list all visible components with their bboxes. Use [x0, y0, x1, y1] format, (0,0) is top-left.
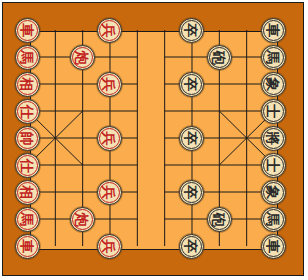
- piece-ring: [17, 74, 38, 95]
- piece-glyph: 卒: [180, 19, 203, 42]
- piece-black-general[interactable]: 將: [261, 126, 286, 151]
- piece-glyph: 兵: [98, 19, 121, 42]
- piece-red-soldier[interactable]: 兵: [97, 126, 122, 151]
- piece-ring: [209, 47, 230, 68]
- piece-glyph: 仕: [16, 154, 39, 177]
- piece-ring: [263, 20, 284, 41]
- piece-ring: [17, 236, 38, 257]
- piece-ring: [72, 47, 93, 68]
- piece-ring: [17, 182, 38, 203]
- piece-glyph: 炮: [71, 46, 94, 69]
- piece-black-chariot[interactable]: 車: [261, 18, 286, 43]
- piece-black-soldier[interactable]: 卒: [179, 72, 204, 97]
- piece-ring: [99, 128, 120, 149]
- piece-red-horse[interactable]: 馬: [15, 207, 40, 232]
- piece-ring: [263, 155, 284, 176]
- piece-glyph: 砲: [208, 46, 231, 69]
- piece-black-horse[interactable]: 馬: [261, 45, 286, 70]
- piece-glyph: 象: [262, 181, 285, 204]
- piece-glyph: 馬: [16, 46, 39, 69]
- xiangqi-board-window: 車馬相仕帥仕相馬車炮炮兵兵兵兵兵卒卒卒卒卒砲砲車馬象士將士象馬車: [0, 0, 308, 280]
- piece-black-cannon[interactable]: 砲: [207, 45, 232, 70]
- piece-black-horse[interactable]: 馬: [261, 207, 286, 232]
- piece-red-cannon[interactable]: 炮: [70, 207, 95, 232]
- piece-ring: [263, 74, 284, 95]
- piece-ring: [181, 20, 202, 41]
- piece-glyph: 卒: [180, 73, 203, 96]
- piece-glyph: 車: [262, 235, 285, 258]
- piece-ring: [263, 182, 284, 203]
- piece-ring: [181, 182, 202, 203]
- piece-black-advisor[interactable]: 士: [261, 99, 286, 124]
- piece-black-elephant[interactable]: 象: [261, 72, 286, 97]
- piece-ring: [99, 236, 120, 257]
- piece-ring: [17, 101, 38, 122]
- piece-glyph: 馬: [262, 46, 285, 69]
- piece-glyph: 帥: [16, 127, 39, 150]
- piece-glyph: 相: [16, 181, 39, 204]
- piece-black-elephant[interactable]: 象: [261, 180, 286, 205]
- piece-ring: [263, 128, 284, 149]
- piece-ring: [17, 20, 38, 41]
- piece-glyph: 卒: [180, 127, 203, 150]
- piece-ring: [181, 74, 202, 95]
- piece-glyph: 炮: [71, 208, 94, 231]
- piece-glyph: 兵: [98, 235, 121, 258]
- piece-red-advisor[interactable]: 仕: [15, 99, 40, 124]
- piece-ring: [17, 155, 38, 176]
- piece-black-cannon[interactable]: 砲: [207, 207, 232, 232]
- piece-red-soldier[interactable]: 兵: [97, 18, 122, 43]
- piece-ring: [263, 101, 284, 122]
- piece-glyph: 馬: [262, 208, 285, 231]
- piece-glyph: 兵: [98, 127, 121, 150]
- piece-glyph: 相: [16, 73, 39, 96]
- piece-glyph: 士: [262, 154, 285, 177]
- piece-glyph: 將: [262, 127, 285, 150]
- piece-red-general[interactable]: 帥: [15, 126, 40, 151]
- piece-black-advisor[interactable]: 士: [261, 153, 286, 178]
- piece-ring: [17, 128, 38, 149]
- piece-glyph: 砲: [208, 208, 231, 231]
- piece-red-soldier[interactable]: 兵: [97, 72, 122, 97]
- piece-glyph: 兵: [98, 181, 121, 204]
- piece-red-soldier[interactable]: 兵: [97, 234, 122, 259]
- piece-ring: [72, 209, 93, 230]
- board-grid: 車馬相仕帥仕相馬車炮炮兵兵兵兵兵卒卒卒卒卒砲砲車馬象士將士象馬車: [14, 17, 287, 260]
- piece-red-chariot[interactable]: 車: [15, 18, 40, 43]
- piece-glyph: 仕: [16, 100, 39, 123]
- piece-ring: [99, 182, 120, 203]
- piece-red-soldier[interactable]: 兵: [97, 180, 122, 205]
- piece-glyph: 兵: [98, 73, 121, 96]
- piece-red-chariot[interactable]: 車: [15, 234, 40, 259]
- piece-red-cannon[interactable]: 炮: [70, 45, 95, 70]
- piece-red-horse[interactable]: 馬: [15, 45, 40, 70]
- piece-glyph: 車: [16, 19, 39, 42]
- piece-black-chariot[interactable]: 車: [261, 234, 286, 259]
- piece-glyph: 車: [16, 235, 39, 258]
- piece-ring: [263, 209, 284, 230]
- piece-black-soldier[interactable]: 卒: [179, 180, 204, 205]
- piece-ring: [263, 236, 284, 257]
- piece-ring: [263, 47, 284, 68]
- piece-black-soldier[interactable]: 卒: [179, 234, 204, 259]
- piece-black-soldier[interactable]: 卒: [179, 18, 204, 43]
- piece-red-elephant[interactable]: 相: [15, 180, 40, 205]
- piece-red-advisor[interactable]: 仕: [15, 153, 40, 178]
- piece-glyph: 卒: [180, 235, 203, 258]
- piece-glyph: 卒: [180, 181, 203, 204]
- piece-red-elephant[interactable]: 相: [15, 72, 40, 97]
- piece-glyph: 象: [262, 73, 285, 96]
- piece-ring: [17, 47, 38, 68]
- piece-ring: [181, 128, 202, 149]
- piece-ring: [17, 209, 38, 230]
- piece-ring: [209, 209, 230, 230]
- piece-ring: [181, 236, 202, 257]
- piece-ring: [99, 74, 120, 95]
- piece-ring: [99, 20, 120, 41]
- piece-glyph: 車: [262, 19, 285, 42]
- piece-glyph: 士: [262, 100, 285, 123]
- piece-black-soldier[interactable]: 卒: [179, 126, 204, 151]
- piece-glyph: 馬: [16, 208, 39, 231]
